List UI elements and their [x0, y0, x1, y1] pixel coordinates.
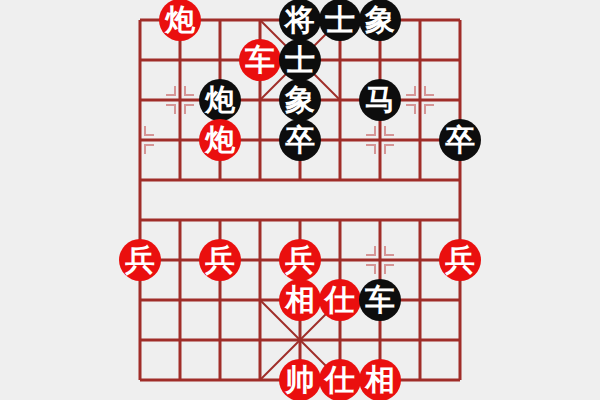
point-marker-corner [384, 144, 394, 154]
piece-red-cannon[interactable]: 炮 [159, 0, 201, 41]
point-marker-corner [144, 144, 154, 154]
point-marker-corner [424, 104, 434, 114]
piece-red-elephant[interactable]: 相 [279, 279, 321, 321]
xiangqi-board: 炮将士象车士炮象马炮卒卒兵兵兵兵相仕车帅仕相 [120, 0, 480, 400]
point-marker-corner [166, 86, 176, 96]
piece-black-advisor[interactable]: 士 [319, 0, 361, 41]
piece-red-elephant[interactable]: 相 [359, 359, 401, 400]
point-marker-corner [384, 246, 394, 256]
point-marker-corner [166, 104, 176, 114]
point-marker-corner [184, 86, 194, 96]
piece-black-horse[interactable]: 马 [359, 79, 401, 121]
piece-red-advisor[interactable]: 仕 [319, 279, 361, 321]
piece-red-soldier[interactable]: 兵 [119, 239, 161, 281]
piece-black-soldier[interactable]: 卒 [279, 119, 321, 161]
piece-black-general[interactable]: 将 [279, 0, 321, 41]
point-marker [160, 80, 200, 120]
point-marker-corner [184, 104, 194, 114]
piece-black-soldier[interactable]: 卒 [439, 119, 481, 161]
xiangqi-screenshot: 炮将士象车士炮象马炮卒卒兵兵兵兵相仕车帅仕相 [0, 0, 600, 400]
piece-black-cannon[interactable]: 炮 [199, 79, 241, 121]
point-marker-corner [384, 126, 394, 136]
point-marker-corner [384, 264, 394, 274]
piece-black-elephant[interactable]: 象 [359, 0, 401, 41]
piece-black-elephant[interactable]: 象 [279, 79, 321, 121]
point-marker [120, 120, 160, 160]
piece-red-advisor[interactable]: 仕 [319, 359, 361, 400]
point-marker [400, 80, 440, 120]
point-marker-corner [366, 126, 376, 136]
board-grid: 炮将士象车士炮象马炮卒卒兵兵兵兵相仕车帅仕相 [120, 0, 480, 400]
piece-black-chariot[interactable]: 车 [359, 279, 401, 321]
piece-red-soldier[interactable]: 兵 [279, 239, 321, 281]
point-marker-corner [366, 144, 376, 154]
point-marker [360, 120, 400, 160]
piece-black-advisor[interactable]: 士 [279, 39, 321, 81]
piece-red-soldier[interactable]: 兵 [199, 239, 241, 281]
point-marker-corner [144, 126, 154, 136]
piece-red-general[interactable]: 帅 [279, 359, 321, 400]
point-marker-corner [424, 86, 434, 96]
point-marker-corner [366, 264, 376, 274]
piece-red-soldier[interactable]: 兵 [439, 239, 481, 281]
point-marker [360, 240, 400, 280]
point-marker-corner [406, 86, 416, 96]
point-marker-corner [366, 246, 376, 256]
point-marker-corner [406, 104, 416, 114]
piece-red-chariot[interactable]: 车 [239, 39, 281, 81]
piece-red-cannon[interactable]: 炮 [199, 119, 241, 161]
